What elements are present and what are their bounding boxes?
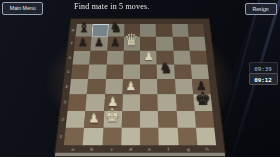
square-b4[interactable] [87,79,105,94]
square-c5[interactable] [106,64,124,79]
rank-label-5: 5 [67,68,70,74]
square-f1[interactable] [159,127,179,145]
black-pawn[interactable]: ♟ [77,36,87,47]
square-f5[interactable]: ♞ [157,64,175,79]
square-h2[interactable] [194,110,214,127]
black-pawn[interactable]: ♟ [110,36,120,47]
square-g2[interactable] [176,110,195,127]
main-menu-label: Main Menu [10,6,36,12]
square-g8[interactable] [172,24,189,37]
chess-board: ♝♞♟♟♟♛♟♞♟♟♟♚♟♚ 87654321 abcdefgh [40,2,240,155]
board-3d: ♝♞♟♟♟♛♟♞♟♟♟♚♟♚ 87654321 abcdefgh [55,19,225,153]
file-labels: abcdefgh [63,145,217,152]
square-g7[interactable] [172,36,189,49]
square-d7[interactable]: ♛ [124,36,140,49]
resign-label: Resign [253,6,269,12]
square-c8[interactable]: ♞ [108,24,124,37]
black-knight[interactable]: ♞ [159,61,172,76]
game-stage: ♝♞♟♟♟♛♟♞♟♟♟♚♟♚ 87654321 abcdefgh Main Me… [0,0,280,157]
rank-label-7: 7 [70,40,73,46]
black-king[interactable]: ♚ [195,90,211,108]
resign-button[interactable]: Resign [245,3,277,15]
rank-label-6: 6 [69,54,72,60]
square-f2[interactable] [158,110,177,127]
square-a4[interactable] [69,79,88,94]
black-bishop[interactable]: ♝ [78,20,91,34]
square-d5[interactable] [123,64,140,79]
square-b8[interactable] [92,24,109,37]
square-h5[interactable] [191,64,209,79]
square-c7[interactable]: ♟ [107,36,124,49]
white-pawn[interactable]: ♟ [88,111,100,124]
square-h1[interactable] [196,127,216,145]
square-c6[interactable] [106,50,123,64]
square-e5[interactable] [140,64,157,79]
clock-bottom: 09:12 [249,73,278,85]
square-d4[interactable]: ♟ [122,79,140,94]
file-label-b: b [88,147,96,150]
rank-label-2: 2 [61,115,64,122]
square-b1[interactable] [83,127,103,145]
square-h7[interactable] [188,36,206,49]
square-g3[interactable] [175,94,194,110]
black-knight[interactable]: ♞ [110,20,123,34]
square-d3[interactable] [122,94,140,110]
square-e1[interactable] [140,127,159,145]
square-a2[interactable] [66,110,86,127]
black-pawn[interactable]: ♟ [94,36,104,47]
square-e8[interactable] [140,24,156,37]
board-frame: ♝♞♟♟♟♛♟♞♟♟♟♚♟♚ 87654321 abcdefgh [55,19,225,153]
square-h6[interactable] [189,50,207,64]
square-g4[interactable] [175,79,193,94]
file-label-c: c [107,147,115,150]
puzzle-prompt: Find mate in 5 moves. [74,2,150,11]
clock-top-time: 09:39 [255,65,272,71]
square-c2[interactable]: ♚ [103,110,122,127]
square-f3[interactable] [158,94,177,110]
file-label-d: d [126,147,134,150]
square-f7[interactable] [156,36,173,49]
square-h8[interactable] [187,24,204,37]
file-label-e: e [146,147,154,150]
square-g1[interactable] [177,127,197,145]
rank-label-1: 1 [59,132,62,139]
rank-label-3: 3 [63,98,66,105]
square-e2[interactable] [140,110,159,127]
square-a3[interactable] [68,94,87,110]
white-pawn[interactable]: ♟ [143,50,153,62]
square-d1[interactable] [121,127,140,145]
rank-label-8: 8 [72,27,75,32]
square-e6[interactable]: ♟ [140,50,157,64]
square-b2[interactable]: ♟ [84,110,103,127]
square-a1[interactable] [64,127,84,145]
file-label-h: h [203,147,211,150]
file-label-f: f [165,147,173,150]
clock-bottom-time: 09:12 [255,76,272,82]
square-b6[interactable] [89,50,107,64]
square-b7[interactable]: ♟ [91,36,108,49]
square-f8[interactable] [156,24,172,37]
square-a7[interactable]: ♟ [74,36,92,49]
square-a5[interactable] [71,64,89,79]
main-menu-button[interactable]: Main Menu [2,2,43,15]
white-king[interactable]: ♚ [104,106,120,124]
square-f4[interactable] [157,79,175,94]
square-d2[interactable] [121,110,140,127]
square-e4[interactable] [140,79,158,94]
square-h3[interactable]: ♚ [193,94,212,110]
file-label-a: a [69,147,77,150]
file-label-g: g [184,147,192,150]
square-b3[interactable] [86,94,105,110]
square-b5[interactable] [88,64,106,79]
square-g5[interactable] [174,64,192,79]
square-e3[interactable] [140,94,158,110]
square-d6[interactable] [123,50,140,64]
square-a8[interactable]: ♝ [76,24,93,37]
square-e7[interactable] [140,36,156,49]
square-g6[interactable] [173,50,191,64]
white-queen[interactable]: ♛ [125,31,140,47]
square-c4[interactable] [105,79,123,94]
white-pawn[interactable]: ♟ [126,79,137,91]
square-a6[interactable] [73,50,91,64]
board-grid: ♝♞♟♟♟♛♟♞♟♟♟♚♟♚ [64,24,216,145]
square-c1[interactable] [102,127,122,145]
rank-label-4: 4 [65,83,68,89]
